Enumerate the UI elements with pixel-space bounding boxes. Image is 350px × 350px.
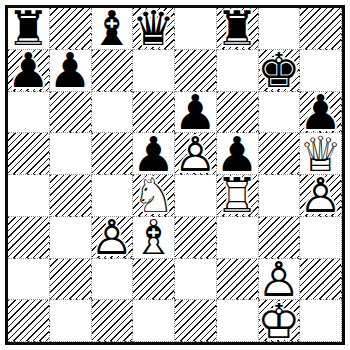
white-bishop-icon: ♗ bbox=[132, 213, 175, 261]
square-e2[interactable] bbox=[175, 259, 217, 301]
black-bishop-icon: ♝ bbox=[90, 4, 133, 52]
square-d8[interactable]: ♛♛ bbox=[133, 8, 175, 50]
square-c6[interactable] bbox=[92, 92, 134, 134]
white-pawn-icon: ♙ bbox=[174, 130, 217, 178]
black-pawn-icon: ♟ bbox=[7, 46, 50, 94]
square-b7[interactable]: ♟♟ bbox=[50, 50, 92, 92]
piece-black-rook[interactable]: ♜♜ bbox=[217, 8, 258, 49]
black-king-icon: ♚ bbox=[257, 46, 300, 94]
square-c1[interactable] bbox=[92, 300, 134, 342]
square-h3[interactable] bbox=[300, 217, 342, 259]
square-a5[interactable] bbox=[8, 133, 50, 175]
piece-white-rook[interactable]: ♜♖ bbox=[217, 175, 258, 216]
square-c8[interactable]: ♝♝ bbox=[92, 8, 134, 50]
square-b1[interactable] bbox=[50, 300, 92, 342]
piece-white-bishop[interactable]: ♝♗ bbox=[133, 217, 174, 258]
square-b4[interactable] bbox=[50, 175, 92, 217]
square-f4[interactable]: ♜♖ bbox=[217, 175, 259, 217]
square-d3[interactable]: ♝♗ bbox=[133, 217, 175, 259]
piece-black-pawn[interactable]: ♟♟ bbox=[50, 50, 91, 91]
piece-black-king[interactable]: ♚♚ bbox=[259, 50, 300, 91]
square-g4[interactable] bbox=[259, 175, 301, 217]
square-a2[interactable] bbox=[8, 259, 50, 301]
square-f7[interactable] bbox=[217, 50, 259, 92]
white-pawn-icon: ♙ bbox=[299, 171, 342, 219]
piece-white-pawn[interactable]: ♟♙ bbox=[175, 133, 216, 174]
piece-black-pawn[interactable]: ♟♟ bbox=[8, 50, 49, 91]
square-g7[interactable]: ♚♚ bbox=[259, 50, 301, 92]
black-rook-icon: ♜ bbox=[216, 4, 259, 52]
white-pawn-icon: ♙ bbox=[90, 213, 133, 261]
square-f1[interactable] bbox=[217, 300, 259, 342]
square-c2[interactable] bbox=[92, 259, 134, 301]
square-a7[interactable]: ♟♟ bbox=[8, 50, 50, 92]
square-d1[interactable] bbox=[133, 300, 175, 342]
white-king-icon: ♔ bbox=[257, 297, 300, 345]
square-c5[interactable] bbox=[92, 133, 134, 175]
square-c7[interactable] bbox=[92, 50, 134, 92]
square-e5[interactable]: ♟♙ bbox=[175, 133, 217, 175]
black-pawn-icon: ♟ bbox=[49, 46, 92, 94]
square-g5[interactable] bbox=[259, 133, 301, 175]
square-g1[interactable]: ♚♔ bbox=[259, 300, 301, 342]
square-f2[interactable] bbox=[217, 259, 259, 301]
square-a1[interactable] bbox=[8, 300, 50, 342]
square-b2[interactable] bbox=[50, 259, 92, 301]
square-e1[interactable] bbox=[175, 300, 217, 342]
piece-white-pawn[interactable]: ♟♙ bbox=[300, 175, 341, 216]
square-b5[interactable] bbox=[50, 133, 92, 175]
piece-black-queen[interactable]: ♛♛ bbox=[133, 8, 174, 49]
board-frame: ♜♜♝♝♛♛♜♜♟♟♟♟♚♚♟♟♟♟♟♟♟♙♟♟♛♕♞♘♜♖♟♙♟♙♝♗♟♙♚♔ bbox=[5, 5, 345, 345]
square-d2[interactable] bbox=[133, 259, 175, 301]
chess-board: ♜♜♝♝♛♛♜♜♟♟♟♟♚♚♟♟♟♟♟♟♟♙♟♟♛♕♞♘♜♖♟♙♟♙♝♗♟♙♚♔ bbox=[8, 8, 342, 342]
piece-white-pawn[interactable]: ♟♙ bbox=[92, 217, 133, 258]
square-h2[interactable] bbox=[300, 259, 342, 301]
square-h1[interactable] bbox=[300, 300, 342, 342]
square-e8[interactable] bbox=[175, 8, 217, 50]
square-c3[interactable]: ♟♙ bbox=[92, 217, 134, 259]
square-g6[interactable] bbox=[259, 92, 301, 134]
square-h8[interactable] bbox=[300, 8, 342, 50]
square-h4[interactable]: ♟♙ bbox=[300, 175, 342, 217]
square-a4[interactable] bbox=[8, 175, 50, 217]
white-rook-icon: ♖ bbox=[216, 171, 259, 219]
square-a6[interactable] bbox=[8, 92, 50, 134]
piece-white-king[interactable]: ♚♔ bbox=[259, 300, 300, 341]
square-b3[interactable] bbox=[50, 217, 92, 259]
piece-black-bishop[interactable]: ♝♝ bbox=[92, 8, 133, 49]
black-queen-icon: ♛ bbox=[132, 4, 175, 52]
square-f3[interactable] bbox=[217, 217, 259, 259]
square-f8[interactable]: ♜♜ bbox=[217, 8, 259, 50]
square-d7[interactable] bbox=[133, 50, 175, 92]
square-a3[interactable] bbox=[8, 217, 50, 259]
square-b6[interactable] bbox=[50, 92, 92, 134]
chess-diagram-page: ♜♜♝♝♛♛♜♜♟♟♟♟♚♚♟♟♟♟♟♟♟♙♟♟♛♕♞♘♜♖♟♙♟♙♝♗♟♙♚♔ bbox=[0, 0, 350, 350]
square-e3[interactable] bbox=[175, 217, 217, 259]
square-e4[interactable] bbox=[175, 175, 217, 217]
